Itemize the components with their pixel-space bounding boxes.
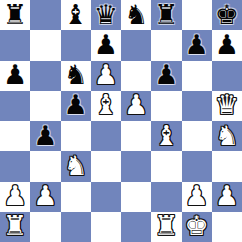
black-pawn[interactable]: ♟ — [215, 31, 239, 58]
square-b6[interactable] — [30, 61, 60, 91]
square-g5[interactable] — [182, 91, 212, 121]
square-a7[interactable] — [0, 30, 30, 60]
square-e4[interactable] — [121, 121, 151, 151]
square-d3[interactable] — [91, 151, 121, 181]
square-b5[interactable] — [30, 91, 60, 121]
square-a4[interactable] — [0, 121, 30, 151]
white-rook[interactable]: ♜ — [154, 212, 178, 239]
white-pawn[interactable]: ♟ — [124, 91, 148, 118]
square-g4[interactable] — [182, 121, 212, 151]
square-c6[interactable]: ♞ — [61, 61, 91, 91]
square-d4[interactable] — [91, 121, 121, 151]
square-e3[interactable] — [121, 151, 151, 181]
square-d8[interactable]: ♛ — [91, 0, 121, 30]
square-a2[interactable]: ♟ — [0, 182, 30, 212]
square-h7[interactable]: ♟ — [212, 30, 242, 60]
black-pawn[interactable]: ♟ — [185, 31, 209, 58]
square-c5[interactable]: ♟ — [61, 91, 91, 121]
square-h5[interactable]: ♛ — [212, 91, 242, 121]
black-pawn[interactable]: ♟ — [94, 31, 118, 58]
square-d5[interactable]: ♝ — [91, 91, 121, 121]
square-e2[interactable] — [121, 182, 151, 212]
square-e8[interactable]: ♞ — [121, 0, 151, 30]
square-b8[interactable] — [30, 0, 60, 30]
square-f7[interactable] — [151, 30, 181, 60]
square-a8[interactable]: ♜ — [0, 0, 30, 30]
white-king[interactable]: ♚ — [185, 212, 209, 239]
white-knight[interactable]: ♞ — [215, 122, 239, 149]
white-knight[interactable]: ♞ — [64, 152, 88, 179]
square-f3[interactable] — [151, 151, 181, 181]
black-bishop[interactable]: ♝ — [64, 1, 88, 28]
square-f2[interactable] — [151, 182, 181, 212]
black-pawn[interactable]: ♟ — [64, 91, 88, 118]
square-c3[interactable]: ♞ — [61, 151, 91, 181]
square-c1[interactable] — [61, 212, 91, 242]
square-b3[interactable] — [30, 151, 60, 181]
white-queen[interactable]: ♛ — [215, 91, 239, 118]
square-b4[interactable]: ♟ — [30, 121, 60, 151]
square-h8[interactable]: ♚ — [212, 0, 242, 30]
black-queen[interactable]: ♛ — [94, 1, 118, 28]
square-c7[interactable] — [61, 30, 91, 60]
square-d6[interactable]: ♟ — [91, 61, 121, 91]
square-f6[interactable]: ♟ — [151, 61, 181, 91]
black-pawn[interactable]: ♟ — [3, 61, 27, 88]
square-h1[interactable] — [212, 212, 242, 242]
square-f1[interactable]: ♜ — [151, 212, 181, 242]
square-a1[interactable]: ♜ — [0, 212, 30, 242]
white-pawn[interactable]: ♟ — [3, 182, 27, 209]
white-bishop[interactable]: ♝ — [94, 91, 118, 118]
square-a6[interactable]: ♟ — [0, 61, 30, 91]
square-g3[interactable] — [182, 151, 212, 181]
white-pawn[interactable]: ♟ — [215, 182, 239, 209]
square-b1[interactable] — [30, 212, 60, 242]
black-king[interactable]: ♚ — [215, 1, 239, 28]
square-g6[interactable] — [182, 61, 212, 91]
square-g7[interactable]: ♟ — [182, 30, 212, 60]
square-g1[interactable]: ♚ — [182, 212, 212, 242]
square-c2[interactable] — [61, 182, 91, 212]
square-f5[interactable] — [151, 91, 181, 121]
black-pawn[interactable]: ♟ — [33, 122, 57, 149]
black-knight[interactable]: ♞ — [124, 1, 148, 28]
square-h4[interactable]: ♞ — [212, 121, 242, 151]
square-d2[interactable] — [91, 182, 121, 212]
square-c8[interactable]: ♝ — [61, 0, 91, 30]
square-g2[interactable]: ♟ — [182, 182, 212, 212]
square-g8[interactable] — [182, 0, 212, 30]
square-a5[interactable] — [0, 91, 30, 121]
chess-board: ♜♝♛♞♜♚♟♟♟♟♞♟♟♟♝♟♛♟♝♞♞♟♟♟♟♜♜♚ — [0, 0, 242, 242]
square-c4[interactable] — [61, 121, 91, 151]
square-b7[interactable] — [30, 30, 60, 60]
square-h6[interactable] — [212, 61, 242, 91]
black-knight[interactable]: ♞ — [64, 61, 88, 88]
square-f4[interactable]: ♝ — [151, 121, 181, 151]
square-f8[interactable]: ♜ — [151, 0, 181, 30]
square-e7[interactable] — [121, 30, 151, 60]
square-e5[interactable]: ♟ — [121, 91, 151, 121]
square-h3[interactable] — [212, 151, 242, 181]
black-pawn[interactable]: ♟ — [154, 61, 178, 88]
white-pawn[interactable]: ♟ — [33, 182, 57, 209]
square-d1[interactable] — [91, 212, 121, 242]
white-pawn[interactable]: ♟ — [185, 182, 209, 209]
square-b2[interactable]: ♟ — [30, 182, 60, 212]
white-rook[interactable]: ♜ — [3, 212, 27, 239]
square-e1[interactable] — [121, 212, 151, 242]
white-bishop[interactable]: ♝ — [154, 122, 178, 149]
square-h2[interactable]: ♟ — [212, 182, 242, 212]
square-e6[interactable] — [121, 61, 151, 91]
black-rook[interactable]: ♜ — [154, 1, 178, 28]
square-d7[interactable]: ♟ — [91, 30, 121, 60]
square-a3[interactable] — [0, 151, 30, 181]
black-rook[interactable]: ♜ — [3, 1, 27, 28]
white-pawn[interactable]: ♟ — [94, 61, 118, 88]
